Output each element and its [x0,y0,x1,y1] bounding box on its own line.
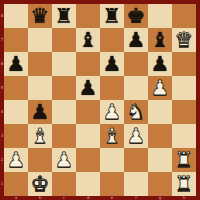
square-f6[interactable] [124,52,148,76]
square-a6[interactable]: ♟ [4,52,28,76]
square-f4[interactable]: ♞ [124,100,148,124]
square-d4[interactable] [76,100,100,124]
black-pawn: ♟ [28,100,52,124]
square-b3[interactable]: ♝ [28,124,52,148]
square-h5[interactable] [172,76,196,100]
square-c7[interactable] [52,28,76,52]
square-h4[interactable] [172,100,196,124]
black-pawn: ♟ [76,76,100,100]
square-a4[interactable] [4,100,28,124]
file-label-a: a [4,196,28,200]
square-g2[interactable] [148,148,172,172]
square-d3[interactable] [76,124,100,148]
square-a5[interactable] [4,76,28,100]
square-g8[interactable] [148,4,172,28]
black-rook: ♜ [52,4,76,28]
square-a7[interactable] [4,28,28,52]
square-g4[interactable] [148,100,172,124]
file-label-g: g [148,196,172,200]
black-rook: ♜ [100,4,124,28]
white-pawn: ♟ [52,148,76,172]
white-bishop: ♝ [28,124,52,148]
square-h6[interactable] [172,52,196,76]
square-e2[interactable] [100,148,124,172]
square-b5[interactable] [28,76,52,100]
square-g7[interactable]: ♝ [148,28,172,52]
white-pawn: ♟ [4,148,28,172]
square-b1[interactable]: ♚ [28,172,52,196]
square-g1[interactable] [148,172,172,196]
square-d5[interactable]: ♟ [76,76,100,100]
white-king: ♚ [28,172,52,196]
black-bishop: ♝ [148,28,172,52]
square-b7[interactable] [28,28,52,52]
white-pawn: ♟ [148,76,172,100]
square-f3[interactable]: ♟ [124,124,148,148]
white-pawn: ♟ [100,100,124,124]
square-c5[interactable] [52,76,76,100]
black-pawn: ♟ [100,52,124,76]
square-c3[interactable] [52,124,76,148]
square-e7[interactable] [100,28,124,52]
white-rook: ♜ [172,172,196,196]
square-f2[interactable] [124,148,148,172]
square-e1[interactable] [100,172,124,196]
chess-board: ♛♜♜♚♝♟♝♛♟♟♟♟♟♟♟♞♝♝♟♟♟♜♚♜ [4,4,196,196]
square-d1[interactable] [76,172,100,196]
file-label-f: f [124,196,148,200]
square-g5[interactable]: ♟ [148,76,172,100]
square-h2[interactable]: ♜ [172,148,196,172]
square-c8[interactable]: ♜ [52,4,76,28]
square-d6[interactable] [76,52,100,76]
square-b6[interactable] [28,52,52,76]
black-pawn: ♟ [148,52,172,76]
square-g3[interactable] [148,124,172,148]
black-pawn: ♟ [4,52,28,76]
square-e5[interactable] [100,76,124,100]
white-bishop: ♝ [100,124,124,148]
square-c2[interactable]: ♟ [52,148,76,172]
square-e8[interactable]: ♜ [100,4,124,28]
square-f7[interactable]: ♟ [124,28,148,52]
square-e4[interactable]: ♟ [100,100,124,124]
square-a3[interactable] [4,124,28,148]
square-h3[interactable] [172,124,196,148]
square-g6[interactable]: ♟ [148,52,172,76]
file-labels: abcdefgh [4,196,196,200]
file-label-d: d [76,196,100,200]
square-f8[interactable]: ♚ [124,4,148,28]
square-a2[interactable]: ♟ [4,148,28,172]
square-a8[interactable] [4,4,28,28]
white-queen: ♛ [172,28,196,52]
file-label-e: e [100,196,124,200]
square-c4[interactable] [52,100,76,124]
square-d8[interactable] [76,4,100,28]
white-pawn: ♟ [124,124,148,148]
square-b2[interactable] [28,148,52,172]
black-queen: ♛ [28,4,52,28]
square-d2[interactable] [76,148,100,172]
square-b8[interactable]: ♛ [28,4,52,28]
square-h8[interactable] [172,4,196,28]
file-label-h: h [172,196,196,200]
file-label-b: b [28,196,52,200]
black-bishop: ♝ [76,28,100,52]
square-h1[interactable]: ♜ [172,172,196,196]
black-pawn: ♟ [124,28,148,52]
square-a1[interactable] [4,172,28,196]
white-rook: ♜ [172,148,196,172]
square-h7[interactable]: ♛ [172,28,196,52]
file-label-c: c [52,196,76,200]
board-frame: 87654321 abcdefgh ♛♜♜♚♝♟♝♛♟♟♟♟♟♟♟♞♝♝♟♟♟♜… [0,0,200,200]
square-c1[interactable] [52,172,76,196]
square-c6[interactable] [52,52,76,76]
square-b4[interactable]: ♟ [28,100,52,124]
square-f5[interactable] [124,76,148,100]
square-e3[interactable]: ♝ [100,124,124,148]
square-f1[interactable] [124,172,148,196]
square-d7[interactable]: ♝ [76,28,100,52]
black-king: ♚ [124,4,148,28]
square-e6[interactable]: ♟ [100,52,124,76]
white-knight: ♞ [124,100,148,124]
